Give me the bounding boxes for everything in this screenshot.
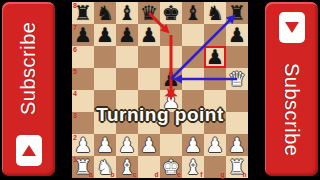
square-g6: ♟ bbox=[204, 46, 226, 68]
square-f1: f♝ bbox=[182, 156, 204, 178]
square-b8: ♞ bbox=[94, 2, 116, 24]
square-e2 bbox=[160, 134, 182, 156]
square-e8: ♚ bbox=[160, 2, 182, 24]
square-d2: ♟ bbox=[138, 134, 160, 156]
square-a8: 8♜ bbox=[72, 2, 94, 24]
file-label-b: b bbox=[111, 171, 115, 178]
square-g8: ♞ bbox=[204, 2, 226, 24]
square-a6: 6 bbox=[72, 46, 94, 68]
white-pawn-h2: ♟ bbox=[226, 134, 248, 156]
black-pawn-e5: ♟ bbox=[160, 68, 182, 90]
square-e6 bbox=[160, 46, 182, 68]
square-f8: ♝ bbox=[182, 2, 204, 24]
file-label-d: d bbox=[155, 171, 159, 178]
chess-board: 8♜♞♝♛♚♝♞♜7♟♟♟♟♟6♟5♟♛4♟32♟♟♟♟♟♟♟1a♜b♞c♝de… bbox=[72, 2, 248, 178]
square-f6 bbox=[182, 46, 204, 68]
square-e5: ♟ bbox=[160, 68, 182, 90]
rank-label-2: 2 bbox=[73, 134, 77, 142]
square-h7: ♟ bbox=[226, 24, 248, 46]
black-knight-b8: ♞ bbox=[94, 2, 116, 24]
square-a5: 5 bbox=[72, 68, 94, 90]
caption-text: Turning point bbox=[72, 104, 248, 126]
square-g1: g bbox=[204, 156, 226, 178]
square-a7: 7♟ bbox=[72, 24, 94, 46]
white-pawn-c2: ♟ bbox=[116, 134, 138, 156]
square-h8: ♜ bbox=[226, 2, 248, 24]
square-b5 bbox=[94, 68, 116, 90]
video-frame: Subscribe 8♜♞♝♛♚♝♞♜7♟♟♟♟♟6♟5♟♛4♟32♟♟♟♟♟♟… bbox=[0, 0, 320, 180]
square-c8: ♝ bbox=[116, 2, 138, 24]
black-pawn-h7: ♟ bbox=[226, 24, 248, 46]
square-h2: ♟ bbox=[226, 134, 248, 156]
square-f2: ♟ bbox=[182, 134, 204, 156]
square-g7 bbox=[204, 24, 226, 46]
square-h1: h♜ bbox=[226, 156, 248, 178]
square-e7 bbox=[160, 24, 182, 46]
subscribe-banner-left[interactable]: Subscribe bbox=[2, 2, 55, 176]
square-f5 bbox=[182, 68, 204, 90]
black-knight-g8: ♞ bbox=[204, 2, 226, 24]
square-f7 bbox=[182, 24, 204, 46]
file-label-c: c bbox=[133, 171, 137, 178]
square-c2: ♟ bbox=[116, 134, 138, 156]
square-b1: b♞ bbox=[94, 156, 116, 178]
play-triangle-down-icon bbox=[285, 22, 299, 33]
white-pawn-g2: ♟ bbox=[204, 134, 226, 156]
square-e1: e♚ bbox=[160, 156, 182, 178]
file-label-h: h bbox=[243, 171, 247, 178]
play-button-box-left bbox=[16, 135, 42, 166]
square-b2: ♟ bbox=[94, 134, 116, 156]
black-bishop-c8: ♝ bbox=[116, 2, 138, 24]
black-pawn-b7: ♟ bbox=[94, 24, 116, 46]
play-triangle-up-icon bbox=[22, 145, 36, 156]
square-d5 bbox=[138, 68, 160, 90]
rank-label-8: 8 bbox=[73, 2, 77, 10]
board-squares: 8♜♞♝♛♚♝♞♜7♟♟♟♟♟6♟5♟♛4♟32♟♟♟♟♟♟♟1a♜b♞c♝de… bbox=[72, 2, 248, 178]
square-d8: ♛ bbox=[138, 2, 160, 24]
black-king-e8: ♚ bbox=[160, 2, 182, 24]
square-c6 bbox=[116, 46, 138, 68]
play-button-box-right bbox=[279, 12, 305, 43]
square-c7: ♟ bbox=[116, 24, 138, 46]
subscribe-banner-right[interactable]: Subscribe bbox=[265, 2, 318, 176]
white-queen-h5: ♛ bbox=[226, 68, 248, 90]
square-d7: ♟ bbox=[138, 24, 160, 46]
square-h5: ♛ bbox=[226, 68, 248, 90]
square-a2: 2♟ bbox=[72, 134, 94, 156]
black-pawn-g6: ♟ bbox=[204, 46, 226, 68]
rank-label-4: 4 bbox=[73, 90, 77, 98]
square-c1: c♝ bbox=[116, 156, 138, 178]
square-c5 bbox=[116, 68, 138, 90]
subscribe-label-right: Subscribe bbox=[280, 43, 303, 176]
rank-label-1: 1 bbox=[73, 156, 77, 164]
square-d1: d bbox=[138, 156, 160, 178]
square-g2: ♟ bbox=[204, 134, 226, 156]
rank-label-7: 7 bbox=[73, 24, 77, 32]
black-queen-d8: ♛ bbox=[138, 2, 160, 24]
square-d6 bbox=[138, 46, 160, 68]
file-label-e: e bbox=[177, 171, 181, 178]
square-g5 bbox=[204, 68, 226, 90]
file-label-f: f bbox=[200, 171, 202, 178]
file-label-g: g bbox=[221, 171, 225, 178]
rank-label-5: 5 bbox=[73, 68, 77, 76]
white-pawn-d2: ♟ bbox=[138, 134, 160, 156]
square-b6 bbox=[94, 46, 116, 68]
square-a1: 1a♜ bbox=[72, 156, 94, 178]
white-pawn-b2: ♟ bbox=[94, 134, 116, 156]
black-bishop-f8: ♝ bbox=[182, 2, 204, 24]
subscribe-label-left: Subscribe bbox=[17, 2, 40, 135]
square-h6 bbox=[226, 46, 248, 68]
black-rook-h8: ♜ bbox=[226, 2, 248, 24]
black-pawn-d7: ♟ bbox=[138, 24, 160, 46]
black-pawn-c7: ♟ bbox=[116, 24, 138, 46]
square-b7: ♟ bbox=[94, 24, 116, 46]
file-label-a: a bbox=[89, 171, 93, 178]
white-pawn-f2: ♟ bbox=[182, 134, 204, 156]
rank-label-6: 6 bbox=[73, 46, 77, 54]
